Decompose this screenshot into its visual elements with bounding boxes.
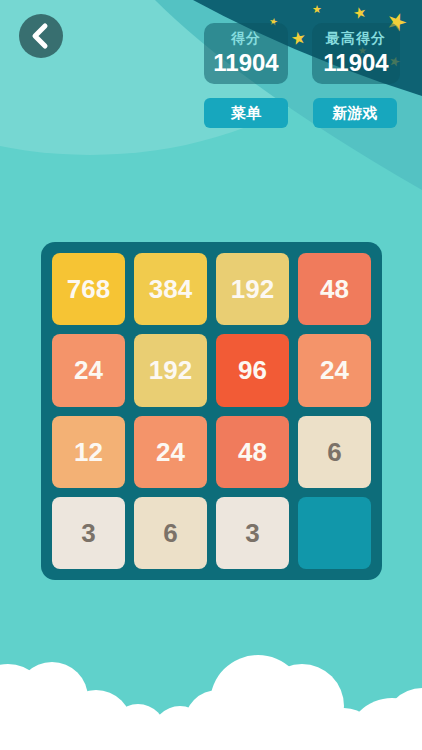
tile-r1c2: 384 <box>134 253 207 325</box>
menu-button[interactable]: 菜单 <box>204 98 288 128</box>
tile-r2c2: 192 <box>134 334 207 406</box>
tile-r4c3: 3 <box>216 497 289 569</box>
tile-r2c1: 24 <box>52 334 125 406</box>
game-screen: ★★★★★★★ 得分 11904 最高得分 11904 菜单 新游戏 76838… <box>0 0 422 750</box>
star-icon: ★ <box>312 4 322 15</box>
score-panel: 得分 11904 <box>204 23 288 84</box>
tile-r1c3: 192 <box>216 253 289 325</box>
tile-r2c3: 96 <box>216 334 289 406</box>
best-score-label: 最高得分 <box>326 30 386 48</box>
cell-r4c4-empty <box>298 497 371 569</box>
star-icon: ★ <box>290 29 308 48</box>
back-button[interactable] <box>19 14 63 58</box>
best-score-value: 11904 <box>323 49 388 77</box>
tile-r4c2: 6 <box>134 497 207 569</box>
tile-r1c1: 768 <box>52 253 125 325</box>
tile-r3c1: 12 <box>52 416 125 488</box>
tile-r4c1: 3 <box>52 497 125 569</box>
best-score-panel: 最高得分 11904 <box>312 23 400 84</box>
tile-r3c3: 48 <box>216 416 289 488</box>
chevron-left-icon <box>19 14 63 58</box>
score-value: 11904 <box>213 49 278 77</box>
game-board[interactable]: 768384192482419296241224486363 <box>41 242 382 580</box>
tile-r3c4: 6 <box>298 416 371 488</box>
clouds-decoration <box>0 640 422 750</box>
tile-r1c4: 48 <box>298 253 371 325</box>
score-label: 得分 <box>231 30 261 48</box>
tile-r3c2: 24 <box>134 416 207 488</box>
new-game-button[interactable]: 新游戏 <box>313 98 397 128</box>
tile-r2c4: 24 <box>298 334 371 406</box>
